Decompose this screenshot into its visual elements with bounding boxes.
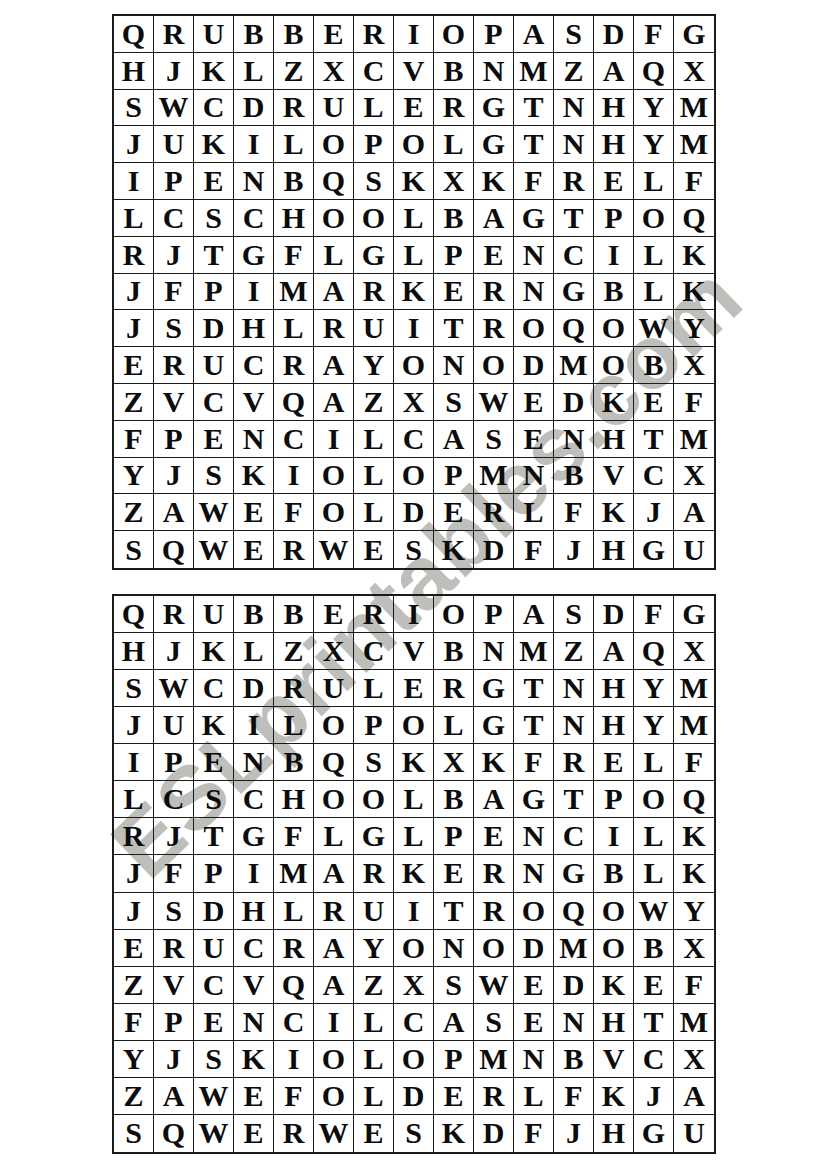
grid-cell: G <box>474 90 514 127</box>
grid-cell: M <box>474 1041 514 1078</box>
grid-cell: E <box>234 531 274 568</box>
grid-cell: G <box>354 237 394 274</box>
grid-cell: B <box>634 930 674 967</box>
grid-cell: N <box>554 421 594 458</box>
grid-cell: C <box>554 237 594 274</box>
grid-cell: A <box>474 200 514 237</box>
grid-cell: E <box>514 384 554 421</box>
grid-cell: L <box>354 421 394 458</box>
grid-cell: L <box>394 781 434 818</box>
grid-cell: R <box>474 310 514 347</box>
grid-cell: G <box>514 200 554 237</box>
grid-cell: L <box>634 818 674 855</box>
grid-cell: G <box>354 818 394 855</box>
grid-cell: W <box>474 967 514 1004</box>
grid-cell: U <box>194 930 234 967</box>
grid-cell: E <box>434 855 474 892</box>
grid-cell: X <box>674 1041 714 1078</box>
grid-cell: C <box>234 930 274 967</box>
grid-cell: C <box>394 421 434 458</box>
grid-cell: D <box>194 310 234 347</box>
grid-cell: T <box>554 200 594 237</box>
grid-cell: D <box>594 16 634 53</box>
grid-cell: I <box>234 274 274 311</box>
grid-cell: H <box>274 200 314 237</box>
grid-cell: L <box>354 458 394 495</box>
grid-cell: R <box>274 1115 314 1152</box>
grid-cell: S <box>154 310 194 347</box>
grid-cell: Y <box>634 707 674 744</box>
grid-cell: N <box>234 744 274 781</box>
grid-cell: L <box>274 126 314 163</box>
grid-cell: W <box>154 90 194 127</box>
grid-cell: T <box>514 670 554 707</box>
grid-cell: Q <box>274 384 314 421</box>
word-search-grid-bottom: QRUBBERIOPASDFGHJKLZXCVBNMZAQXSWCDRULERG… <box>112 594 716 1154</box>
grid-cell: F <box>274 494 314 531</box>
grid-cell: Q <box>114 16 154 53</box>
grid-cell: O <box>434 16 474 53</box>
grid-cell: O <box>394 126 434 163</box>
grid-cell: M <box>674 90 714 127</box>
grid-cell: I <box>234 126 274 163</box>
grid-cell: D <box>474 1115 514 1152</box>
grid-cell: D <box>474 531 514 568</box>
grid-cell: R <box>474 274 514 311</box>
grid-cell: J <box>554 1115 594 1152</box>
grid-cell: P <box>594 200 634 237</box>
grid-cell: U <box>354 310 394 347</box>
grid-cell: V <box>594 1041 634 1078</box>
grid-cell: I <box>394 16 434 53</box>
grid-cell: O <box>514 893 554 930</box>
grid-cell: K <box>674 855 714 892</box>
grid-cell: L <box>274 310 314 347</box>
grid-cell: F <box>674 163 714 200</box>
grid-cell: O <box>354 781 394 818</box>
grid-cell: J <box>154 53 194 90</box>
grid-cell: Q <box>674 781 714 818</box>
grid-cell: H <box>234 893 274 930</box>
grid-cell: M <box>674 1004 714 1041</box>
grid-cell: F <box>674 967 714 1004</box>
grid-cell: O <box>314 1041 354 1078</box>
grid-cell: S <box>394 531 434 568</box>
grid-cell: F <box>274 1078 314 1115</box>
grid-cell: V <box>234 967 274 1004</box>
grid-cell: K <box>594 384 634 421</box>
grid-cell: G <box>554 855 594 892</box>
grid-cell: S <box>474 421 514 458</box>
grid-cell: F <box>154 855 194 892</box>
grid-cell: U <box>314 670 354 707</box>
grid-cell: C <box>554 818 594 855</box>
grid-cell: T <box>194 818 234 855</box>
grid-cell: Z <box>114 967 154 1004</box>
grid-cell: J <box>634 1078 674 1115</box>
grid-cell: F <box>114 1004 154 1041</box>
grid-cell: I <box>594 237 634 274</box>
grid-cell: N <box>554 90 594 127</box>
grid-cell: S <box>114 90 154 127</box>
grid-cell: F <box>634 596 674 633</box>
grid-cell: W <box>634 310 674 347</box>
grid-cell: N <box>554 1004 594 1041</box>
grid-cell: R <box>474 893 514 930</box>
grid-cell: Z <box>354 967 394 1004</box>
grid-cell: D <box>514 347 554 384</box>
grid-cell: R <box>434 670 474 707</box>
grid-cell: O <box>394 707 434 744</box>
grid-cell: R <box>114 818 154 855</box>
grid-cell: M <box>554 347 594 384</box>
grid-cell: K <box>194 53 234 90</box>
grid-cell: E <box>354 1115 394 1152</box>
grid-cell: U <box>674 1115 714 1152</box>
grid-cell: L <box>434 126 474 163</box>
grid-cell: Y <box>674 893 714 930</box>
grid-cell: W <box>194 531 234 568</box>
grid-cell: I <box>274 458 314 495</box>
grid-cell: W <box>314 1115 354 1152</box>
grid-cell: B <box>234 16 274 53</box>
grid-cell: I <box>314 421 354 458</box>
grid-cell: E <box>514 1004 554 1041</box>
grid-cell: O <box>314 707 354 744</box>
grid-cell: C <box>194 90 234 127</box>
grid-cell: P <box>474 16 514 53</box>
grid-cell: H <box>594 90 634 127</box>
grid-cell: M <box>474 458 514 495</box>
grid-cell: L <box>394 237 434 274</box>
grid-cell: A <box>594 53 634 90</box>
grid-cell: L <box>354 1078 394 1115</box>
grid-cell: E <box>354 531 394 568</box>
grid-cell: Y <box>674 310 714 347</box>
grid-cell: E <box>514 967 554 1004</box>
grid-cell: A <box>314 967 354 1004</box>
grid-cell: L <box>394 818 434 855</box>
grid-cell: F <box>274 818 314 855</box>
grid-cell: L <box>234 53 274 90</box>
grid-cell: N <box>514 237 554 274</box>
grid-cell: N <box>514 458 554 495</box>
grid-cell: R <box>274 930 314 967</box>
grid-cell: K <box>434 1115 474 1152</box>
grid-cell: O <box>314 458 354 495</box>
grid-cell: V <box>394 633 434 670</box>
grid-cell: E <box>434 274 474 311</box>
grid-cell: B <box>554 1041 594 1078</box>
grid-cell: N <box>554 126 594 163</box>
grid-cell: O <box>394 458 434 495</box>
grid-cell: A <box>314 347 354 384</box>
grid-cell: K <box>194 633 234 670</box>
grid-cell: E <box>234 1078 274 1115</box>
grid-cell: F <box>154 274 194 311</box>
grid-cell: H <box>114 53 154 90</box>
grid-cell: G <box>634 1115 674 1152</box>
grid-cell: C <box>234 781 274 818</box>
grid-cell: Q <box>674 200 714 237</box>
grid-cell: T <box>434 310 474 347</box>
grid-cell: U <box>154 126 194 163</box>
grid-cell: R <box>154 596 194 633</box>
grid-cell: A <box>314 274 354 311</box>
grid-cell: Q <box>634 53 674 90</box>
grid-cell: T <box>634 421 674 458</box>
grid-cell: F <box>554 1078 594 1115</box>
grid-cell: S <box>354 163 394 200</box>
grid-cell: H <box>234 310 274 347</box>
grid-cell: W <box>154 670 194 707</box>
grid-cell: B <box>434 200 474 237</box>
grid-cell: R <box>154 930 194 967</box>
grid-cell: A <box>154 494 194 531</box>
grid-cell: P <box>154 1004 194 1041</box>
grid-cell: P <box>434 458 474 495</box>
grid-cell: E <box>394 90 434 127</box>
grid-cell: E <box>434 494 474 531</box>
grid-cell: P <box>194 855 234 892</box>
grid-cell: J <box>154 633 194 670</box>
grid-cell: C <box>194 384 234 421</box>
grid-cell: P <box>434 1041 474 1078</box>
grid-cell: E <box>594 744 634 781</box>
grid-cell: X <box>434 163 474 200</box>
grid-cell: L <box>634 237 674 274</box>
worksheet-page: ESLprintables.com QRUBBERIOPASDFGHJKLZXC… <box>0 0 821 1169</box>
grid-cell: N <box>434 347 474 384</box>
grid-cell: B <box>634 347 674 384</box>
grid-cell: X <box>314 53 354 90</box>
grid-cell: H <box>594 126 634 163</box>
grid-cell: K <box>194 126 234 163</box>
grid-cell: O <box>394 347 434 384</box>
grid-cell: Y <box>354 930 394 967</box>
grid-cell: T <box>514 90 554 127</box>
grid-cell: V <box>394 53 434 90</box>
grid-cell: O <box>314 1078 354 1115</box>
grid-cell: A <box>514 16 554 53</box>
grid-cell: E <box>474 237 514 274</box>
grid-cell: Q <box>314 744 354 781</box>
grid-cell: U <box>354 893 394 930</box>
grid-cell: X <box>394 384 434 421</box>
grid-cell: D <box>194 893 234 930</box>
grid-cell: R <box>474 1078 514 1115</box>
grid-cell: V <box>154 967 194 1004</box>
grid-cell: W <box>194 1115 234 1152</box>
grid-cell: L <box>514 494 554 531</box>
grid-cell: I <box>394 596 434 633</box>
grid-cell: G <box>674 596 714 633</box>
grid-cell: H <box>594 421 634 458</box>
grid-cell: H <box>594 531 634 568</box>
grid-cell: K <box>674 274 714 311</box>
grid-cell: C <box>394 1004 434 1041</box>
grid-cell: N <box>554 670 594 707</box>
grid-cell: R <box>474 494 514 531</box>
grid-cell: Q <box>634 633 674 670</box>
grid-cell: X <box>674 458 714 495</box>
grid-cell: L <box>114 200 154 237</box>
grid-cell: A <box>434 421 474 458</box>
grid-cell: O <box>514 310 554 347</box>
grid-cell: L <box>314 818 354 855</box>
grid-cell: L <box>314 237 354 274</box>
grid-cell: R <box>434 90 474 127</box>
grid-cell: O <box>594 930 634 967</box>
grid-cell: L <box>434 707 474 744</box>
grid-cell: F <box>634 16 674 53</box>
grid-cell: Q <box>554 310 594 347</box>
grid-cell: Z <box>554 633 594 670</box>
grid-cell: O <box>314 200 354 237</box>
grid-cell: L <box>114 781 154 818</box>
grid-cell: D <box>514 930 554 967</box>
grid-cell: B <box>274 16 314 53</box>
grid-cell: J <box>154 458 194 495</box>
grid-cell: S <box>114 531 154 568</box>
grid-cell: F <box>674 744 714 781</box>
grid-cell: W <box>634 893 674 930</box>
grid-cell: T <box>514 707 554 744</box>
grid-cell: E <box>194 163 234 200</box>
grid-cell: L <box>274 707 314 744</box>
grid-cell: K <box>194 707 234 744</box>
grid-cell: H <box>594 670 634 707</box>
grid-cell: F <box>674 384 714 421</box>
grid-cell: Z <box>114 1078 154 1115</box>
grid-cell: K <box>234 458 274 495</box>
grid-cell: C <box>234 347 274 384</box>
grid-cell: J <box>114 310 154 347</box>
grid-cell: M <box>274 855 314 892</box>
grid-cell: W <box>314 531 354 568</box>
grid-cell: M <box>674 707 714 744</box>
grid-cell: M <box>514 633 554 670</box>
grid-cell: O <box>474 930 514 967</box>
grid-cell: P <box>434 818 474 855</box>
grid-cell: O <box>394 1041 434 1078</box>
grid-cell: A <box>474 781 514 818</box>
grid-cell: O <box>314 126 354 163</box>
grid-cell: D <box>394 494 434 531</box>
grid-cell: B <box>434 633 474 670</box>
grid-cell: E <box>114 347 154 384</box>
grid-cell: I <box>234 855 274 892</box>
grid-cell: E <box>634 967 674 1004</box>
grid-cell: L <box>634 744 674 781</box>
grid-cell: J <box>154 1041 194 1078</box>
grid-cell: H <box>594 1004 634 1041</box>
grid-cell: O <box>394 930 434 967</box>
grid-cell: S <box>554 596 594 633</box>
grid-cell: D <box>554 384 594 421</box>
grid-cell: E <box>194 1004 234 1041</box>
grid-cell: N <box>474 53 514 90</box>
grid-cell: S <box>154 893 194 930</box>
grid-cell: F <box>514 163 554 200</box>
grid-cell: F <box>514 744 554 781</box>
grid-cell: O <box>314 781 354 818</box>
grid-cell: H <box>594 707 634 744</box>
grid-cell: K <box>594 494 634 531</box>
grid-cell: J <box>154 818 194 855</box>
grid-cell: V <box>234 384 274 421</box>
grid-cell: E <box>114 930 154 967</box>
grid-cell: B <box>274 744 314 781</box>
grid-cell: X <box>674 53 714 90</box>
grid-cell: A <box>514 596 554 633</box>
grid-cell: T <box>634 1004 674 1041</box>
grid-cell: S <box>194 458 234 495</box>
grid-cell: X <box>674 633 714 670</box>
grid-cell: G <box>674 16 714 53</box>
grid-cell: C <box>234 200 274 237</box>
grid-cell: N <box>474 633 514 670</box>
grid-cell: U <box>194 16 234 53</box>
grid-cell: D <box>594 596 634 633</box>
grid-cell: P <box>434 237 474 274</box>
grid-cell: D <box>394 1078 434 1115</box>
grid-cell: C <box>634 458 674 495</box>
grid-cell: R <box>274 670 314 707</box>
grid-cell: B <box>594 274 634 311</box>
grid-cell: R <box>114 237 154 274</box>
grid-cell: J <box>114 707 154 744</box>
grid-cell: M <box>674 421 714 458</box>
grid-cell: U <box>194 596 234 633</box>
grid-cell: O <box>634 200 674 237</box>
grid-cell: W <box>194 1078 234 1115</box>
grid-cell: L <box>274 893 314 930</box>
grid-cell: S <box>434 384 474 421</box>
grid-cell: O <box>474 347 514 384</box>
grid-cell: L <box>394 200 434 237</box>
grid-cell: K <box>394 855 434 892</box>
grid-cell: D <box>234 670 274 707</box>
grid-cell: K <box>394 163 434 200</box>
grid-cell: L <box>354 1004 394 1041</box>
grid-cell: K <box>474 163 514 200</box>
grid-cell: Z <box>354 384 394 421</box>
grid-cell: L <box>354 90 394 127</box>
grid-cell: N <box>234 163 274 200</box>
grid-cell: F <box>554 494 594 531</box>
grid-cell: X <box>434 744 474 781</box>
word-search-grid-top: QRUBBERIOPASDFGHJKLZXCVBNMZAQXSWCDRULERG… <box>112 14 716 570</box>
grid-cell: N <box>434 930 474 967</box>
grid-cell: B <box>274 596 314 633</box>
grid-cell: T <box>514 126 554 163</box>
grid-cell: R <box>274 531 314 568</box>
grid-cell: Y <box>634 90 674 127</box>
grid-cell: E <box>634 384 674 421</box>
grid-cell: R <box>314 310 354 347</box>
grid-cell: S <box>114 1115 154 1152</box>
grid-cell: R <box>314 893 354 930</box>
grid-cell: O <box>314 494 354 531</box>
grid-cell: C <box>274 421 314 458</box>
grid-cell: Q <box>114 596 154 633</box>
grid-cell: U <box>314 90 354 127</box>
grid-cell: S <box>194 781 234 818</box>
grid-cell: H <box>114 633 154 670</box>
grid-cell: C <box>154 200 194 237</box>
grid-cell: L <box>354 1041 394 1078</box>
